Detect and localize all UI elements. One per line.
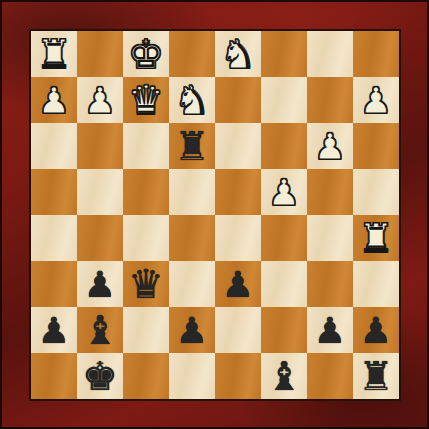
square-g2[interactable]: ♟ bbox=[307, 307, 353, 353]
white-knight[interactable]: ♞ bbox=[215, 31, 261, 77]
square-d6[interactable]: ♜ bbox=[169, 123, 215, 169]
square-h8[interactable] bbox=[353, 31, 399, 77]
square-d4[interactable] bbox=[169, 215, 215, 261]
black-queen[interactable]: ♛ bbox=[123, 261, 169, 307]
black-pawn[interactable]: ♟ bbox=[169, 307, 215, 353]
square-f7[interactable] bbox=[261, 77, 307, 123]
white-pawn[interactable]: ♟ bbox=[353, 77, 399, 123]
square-d8[interactable] bbox=[169, 31, 215, 77]
white-rook[interactable]: ♜ bbox=[31, 31, 77, 77]
square-e3[interactable]: ♟ bbox=[215, 261, 261, 307]
square-d1[interactable] bbox=[169, 353, 215, 399]
square-f5[interactable]: ♟ bbox=[261, 169, 307, 215]
square-f6[interactable] bbox=[261, 123, 307, 169]
square-c2[interactable] bbox=[123, 307, 169, 353]
white-pawn[interactable]: ♟ bbox=[31, 77, 77, 123]
chess-board: ♜♚♞♟♟♛♞♟♜♟♟♜♟♛♟♟♝♟♟♟♚♝♜ bbox=[29, 29, 401, 401]
white-pawn[interactable]: ♟ bbox=[77, 77, 123, 123]
square-f3[interactable] bbox=[261, 261, 307, 307]
square-d2[interactable]: ♟ bbox=[169, 307, 215, 353]
black-pawn[interactable]: ♟ bbox=[77, 261, 123, 307]
black-rook[interactable]: ♜ bbox=[169, 123, 215, 169]
square-h1[interactable]: ♜ bbox=[353, 353, 399, 399]
square-a7[interactable]: ♟ bbox=[31, 77, 77, 123]
square-b6[interactable] bbox=[77, 123, 123, 169]
square-b7[interactable]: ♟ bbox=[77, 77, 123, 123]
square-c4[interactable] bbox=[123, 215, 169, 261]
black-bishop[interactable]: ♝ bbox=[77, 307, 123, 353]
square-g4[interactable] bbox=[307, 215, 353, 261]
square-c1[interactable] bbox=[123, 353, 169, 399]
square-d3[interactable] bbox=[169, 261, 215, 307]
square-a8[interactable]: ♜ bbox=[31, 31, 77, 77]
square-a3[interactable] bbox=[31, 261, 77, 307]
square-f1[interactable]: ♝ bbox=[261, 353, 307, 399]
square-e5[interactable] bbox=[215, 169, 261, 215]
square-b2[interactable]: ♝ bbox=[77, 307, 123, 353]
square-a2[interactable]: ♟ bbox=[31, 307, 77, 353]
white-pawn[interactable]: ♟ bbox=[261, 169, 307, 215]
square-g7[interactable] bbox=[307, 77, 353, 123]
square-f2[interactable] bbox=[261, 307, 307, 353]
square-c5[interactable] bbox=[123, 169, 169, 215]
square-h3[interactable] bbox=[353, 261, 399, 307]
square-b3[interactable]: ♟ bbox=[77, 261, 123, 307]
black-bishop[interactable]: ♝ bbox=[261, 353, 307, 399]
black-pawn[interactable]: ♟ bbox=[31, 307, 77, 353]
square-b4[interactable] bbox=[77, 215, 123, 261]
white-queen[interactable]: ♛ bbox=[123, 77, 169, 123]
square-a1[interactable] bbox=[31, 353, 77, 399]
square-g6[interactable]: ♟ bbox=[307, 123, 353, 169]
square-a6[interactable] bbox=[31, 123, 77, 169]
square-g5[interactable] bbox=[307, 169, 353, 215]
square-g1[interactable] bbox=[307, 353, 353, 399]
square-e1[interactable] bbox=[215, 353, 261, 399]
square-h6[interactable] bbox=[353, 123, 399, 169]
square-a5[interactable] bbox=[31, 169, 77, 215]
square-b8[interactable] bbox=[77, 31, 123, 77]
square-e7[interactable] bbox=[215, 77, 261, 123]
black-pawn[interactable]: ♟ bbox=[307, 307, 353, 353]
square-c6[interactable] bbox=[123, 123, 169, 169]
black-pawn[interactable]: ♟ bbox=[353, 307, 399, 353]
black-king[interactable]: ♚ bbox=[77, 353, 123, 399]
square-h4[interactable]: ♜ bbox=[353, 215, 399, 261]
square-b5[interactable] bbox=[77, 169, 123, 215]
square-h7[interactable]: ♟ bbox=[353, 77, 399, 123]
square-d5[interactable] bbox=[169, 169, 215, 215]
square-b1[interactable]: ♚ bbox=[77, 353, 123, 399]
square-d7[interactable]: ♞ bbox=[169, 77, 215, 123]
white-king[interactable]: ♚ bbox=[123, 31, 169, 77]
square-f8[interactable] bbox=[261, 31, 307, 77]
square-g8[interactable] bbox=[307, 31, 353, 77]
square-c7[interactable]: ♛ bbox=[123, 77, 169, 123]
square-a4[interactable] bbox=[31, 215, 77, 261]
square-e8[interactable]: ♞ bbox=[215, 31, 261, 77]
square-c8[interactable]: ♚ bbox=[123, 31, 169, 77]
board-frame: ♜♚♞♟♟♛♞♟♜♟♟♜♟♛♟♟♝♟♟♟♚♝♜ bbox=[0, 0, 429, 429]
square-e4[interactable] bbox=[215, 215, 261, 261]
black-pawn[interactable]: ♟ bbox=[215, 261, 261, 307]
square-e6[interactable] bbox=[215, 123, 261, 169]
square-e2[interactable] bbox=[215, 307, 261, 353]
white-rook[interactable]: ♜ bbox=[353, 215, 399, 261]
square-f4[interactable] bbox=[261, 215, 307, 261]
white-pawn[interactable]: ♟ bbox=[307, 123, 353, 169]
square-h5[interactable] bbox=[353, 169, 399, 215]
white-knight[interactable]: ♞ bbox=[169, 77, 215, 123]
square-h2[interactable]: ♟ bbox=[353, 307, 399, 353]
square-g3[interactable] bbox=[307, 261, 353, 307]
black-rook[interactable]: ♜ bbox=[353, 353, 399, 399]
square-c3[interactable]: ♛ bbox=[123, 261, 169, 307]
